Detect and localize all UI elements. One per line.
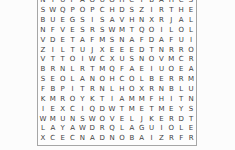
grid-cell[interactable]: I — [78, 55, 88, 65]
grid-cell[interactable]: L — [166, 26, 176, 36]
grid-cell[interactable]: L — [186, 16, 196, 26]
grid-cell[interactable]: P — [58, 85, 68, 95]
grid-cell[interactable]: M — [157, 104, 167, 114]
grid-cell[interactable]: A — [78, 35, 88, 45]
grid-cell[interactable]: R — [176, 75, 186, 85]
grid-cell[interactable]: O — [147, 26, 157, 36]
grid-cell[interactable]: R — [157, 16, 167, 26]
grid-cell[interactable]: H — [176, 6, 186, 16]
grid-cell[interactable]: R — [166, 45, 176, 55]
grid-cell[interactable]: D — [97, 104, 107, 114]
grid-cell[interactable]: E — [127, 45, 137, 55]
grid-cell[interactable]: D — [87, 124, 97, 134]
grid-cell[interactable]: N — [157, 45, 167, 55]
grid-cell[interactable]: H — [117, 85, 127, 95]
grid-cell[interactable]: R — [87, 85, 97, 95]
grid-cell[interactable]: S — [78, 114, 88, 124]
grid-cell[interactable]: O — [58, 75, 68, 85]
grid-cell[interactable]: D — [97, 134, 107, 144]
grid-cell[interactable]: A — [107, 16, 117, 26]
grid-cell[interactable]: A — [117, 94, 127, 104]
grid-cell[interactable]: O — [68, 55, 78, 65]
grid-cell[interactable]: V — [157, 55, 167, 65]
grid-cell[interactable]: W — [87, 55, 97, 65]
grid-cell[interactable]: E — [68, 26, 78, 36]
grid-cell[interactable]: R — [58, 94, 68, 104]
grid-cell[interactable]: H — [157, 94, 167, 104]
grid-cell[interactable]: Q — [87, 104, 97, 114]
grid-cell[interactable]: O — [127, 75, 137, 85]
grid-cell[interactable]: D — [176, 114, 186, 124]
grid-cell[interactable]: C — [68, 134, 78, 144]
grid-cell[interactable]: I — [157, 124, 167, 134]
grid-cell[interactable]: V — [38, 55, 48, 65]
grid-cell[interactable]: A — [48, 124, 58, 134]
grid-cell[interactable]: Q — [58, 6, 68, 16]
grid-cell[interactable]: L — [137, 75, 147, 85]
grid-cell[interactable]: I — [147, 65, 157, 75]
grid-cell[interactable]: Q — [137, 26, 147, 36]
grid-cell[interactable]: U — [176, 35, 186, 45]
grid-cell[interactable]: R — [186, 55, 196, 65]
grid-cell[interactable]: X — [38, 134, 48, 144]
grid-cell[interactable]: L — [117, 124, 127, 134]
grid-cell[interactable]: L — [68, 65, 78, 75]
grid-cell[interactable]: M — [97, 65, 107, 75]
grid-cell[interactable]: T — [127, 26, 137, 36]
grid-cell[interactable]: P — [87, 6, 97, 16]
grid-cell[interactable]: R — [78, 65, 88, 75]
grid-cell[interactable]: M — [186, 75, 196, 85]
grid-cell[interactable]: X — [107, 55, 117, 65]
grid-cell[interactable]: N — [157, 85, 167, 95]
grid-cell[interactable]: I — [38, 104, 48, 114]
grid-cell[interactable]: N — [68, 114, 78, 124]
grid-cell[interactable]: S — [78, 16, 88, 26]
grid-cell[interactable]: N — [38, 26, 48, 36]
grid-cell[interactable]: O — [97, 114, 107, 124]
grid-cell[interactable]: A — [127, 124, 137, 134]
grid-cell[interactable]: X — [58, 104, 68, 114]
grid-cell[interactable]: E — [176, 65, 186, 75]
grid-cell[interactable]: E — [157, 114, 167, 124]
grid-cell[interactable]: G — [68, 16, 78, 26]
grid-cell[interactable]: N — [58, 65, 68, 75]
grid-cell[interactable]: T — [87, 65, 97, 75]
grid-cell[interactable]: A — [176, 16, 186, 26]
grid-cell[interactable]: U — [147, 124, 157, 134]
grid-cell[interactable]: T — [166, 6, 176, 16]
grid-cell[interactable]: K — [147, 114, 157, 124]
grid-cell[interactable]: M — [127, 104, 137, 114]
grid-cell[interactable]: E — [117, 114, 127, 124]
grid-cell[interactable]: U — [58, 114, 68, 124]
grid-cell[interactable]: E — [58, 134, 68, 144]
grid-cell[interactable]: F — [48, 26, 58, 36]
grid-cell[interactable]: O — [166, 124, 176, 134]
grid-cell[interactable]: Z — [157, 134, 167, 144]
grid-cell[interactable]: S — [127, 55, 137, 65]
grid-cell[interactable]: Y — [78, 94, 88, 104]
grid-cell[interactable]: L — [107, 85, 117, 95]
grid-cell[interactable]: O — [97, 75, 107, 85]
grid-cell[interactable]: W — [78, 124, 88, 134]
grid-cell[interactable]: L — [127, 114, 137, 124]
grid-cell[interactable]: F — [137, 35, 147, 45]
grid-cell[interactable]: N — [186, 94, 196, 104]
grid-cell[interactable]: H — [107, 6, 117, 16]
grid-cell[interactable]: A — [137, 134, 147, 144]
grid-cell[interactable]: R — [186, 134, 196, 144]
grid-cell[interactable]: R — [166, 75, 176, 85]
grid-cell[interactable]: T — [97, 94, 107, 104]
grid-cell[interactable]: V — [38, 35, 48, 45]
grid-cell[interactable]: L — [176, 85, 186, 95]
grid-cell[interactable]: Z — [137, 6, 147, 16]
grid-cell[interactable]: W — [107, 26, 117, 36]
grid-cell[interactable]: C — [176, 55, 186, 65]
grid-cell[interactable]: T — [147, 104, 157, 114]
grid-cell[interactable]: M — [137, 94, 147, 104]
grid-cell[interactable]: A — [127, 65, 137, 75]
grid-cell[interactable]: F — [38, 85, 48, 95]
grid-cell[interactable]: I — [157, 26, 167, 36]
grid-cell[interactable]: Q — [107, 65, 117, 75]
grid-cell[interactable]: N — [137, 55, 147, 65]
grid-cell[interactable]: S — [38, 75, 48, 85]
grid-cell[interactable]: E — [157, 75, 167, 85]
grid-cell[interactable]: S — [78, 26, 88, 36]
grid-cell[interactable]: T — [68, 45, 78, 55]
grid-cell[interactable]: V — [58, 26, 68, 36]
grid-cell[interactable]: A — [186, 65, 196, 75]
grid-cell[interactable]: W — [48, 6, 58, 16]
grid-cell[interactable]: I — [87, 16, 97, 26]
grid-cell[interactable]: E — [117, 45, 127, 55]
grid-cell[interactable]: A — [87, 134, 97, 144]
grid-cell[interactable]: L — [38, 124, 48, 134]
grid-cell[interactable]: C — [68, 104, 78, 114]
grid-cell[interactable]: Y — [58, 124, 68, 134]
grid-cell[interactable]: I — [48, 45, 58, 55]
grid-cell[interactable]: A — [157, 35, 167, 45]
grid-cell[interactable]: V — [107, 114, 117, 124]
grid-cell[interactable]: B — [127, 134, 137, 144]
grid-cell[interactable]: W — [107, 104, 117, 114]
grid-cell[interactable]: D — [117, 6, 127, 16]
grid-cell[interactable]: W — [38, 114, 48, 124]
grid-cell[interactable]: U — [157, 65, 167, 75]
grid-cell[interactable]: H — [107, 75, 117, 85]
grid-cell[interactable]: O — [186, 45, 196, 55]
grid-cell[interactable]: J — [87, 45, 97, 55]
grid-cell[interactable]: U — [48, 16, 58, 26]
grid-cell[interactable]: O — [176, 26, 186, 36]
grid-cell[interactable]: T — [117, 104, 127, 114]
grid-cell[interactable]: O — [147, 55, 157, 65]
grid-cell[interactable]: S — [107, 35, 117, 45]
grid-cell[interactable]: E — [137, 104, 147, 114]
grid-cell[interactable]: Q — [107, 124, 117, 134]
grid-cell[interactable]: F — [87, 35, 97, 45]
grid-cell[interactable]: V — [117, 16, 127, 26]
grid-cell[interactable]: A — [127, 35, 137, 45]
grid-cell[interactable]: S — [97, 26, 107, 36]
grid-cell[interactable]: L — [186, 26, 196, 36]
grid-cell[interactable]: G — [137, 124, 147, 134]
word-search-grid: NTUPAOUOHCTBAHCSSWQPOPCHDSZIRTHEBUEGSISA… — [37, 0, 197, 146]
grid-cell[interactable]: C — [97, 55, 107, 65]
grid-cell[interactable]: M — [117, 26, 127, 36]
grid-cell[interactable]: T — [186, 114, 196, 124]
grid-cell[interactable]: S — [186, 104, 196, 114]
grid-cell[interactable]: E — [137, 65, 147, 75]
grid-cell[interactable]: O — [127, 85, 137, 95]
grid-cell[interactable]: E — [186, 124, 196, 134]
grid-cell[interactable]: N — [117, 35, 127, 45]
grid-cell[interactable]: R — [48, 65, 58, 75]
grid-cell[interactable]: S — [38, 6, 48, 16]
grid-cell[interactable]: W — [87, 114, 97, 124]
grid-cell[interactable]: I — [78, 104, 88, 114]
grid-cell[interactable]: M — [166, 55, 176, 65]
grid-cell[interactable]: E — [107, 45, 117, 55]
grid-cell[interactable]: K — [38, 94, 48, 104]
grid-cell[interactable]: R — [97, 124, 107, 134]
grid-cell[interactable]: T — [68, 35, 78, 45]
grid-cell[interactable]: K — [87, 94, 97, 104]
grid-cell[interactable]: I — [147, 134, 157, 144]
grid-cell[interactable]: O — [78, 6, 88, 16]
grid-cell[interactable]: B — [147, 75, 157, 85]
grid-cell[interactable]: E — [48, 104, 58, 114]
grid-cell[interactable]: L — [68, 75, 78, 85]
grid-cell[interactable]: T — [147, 45, 157, 55]
grid-cell[interactable]: O — [117, 134, 127, 144]
grid-cell[interactable]: E — [186, 6, 196, 16]
grid-cell[interactable]: E — [48, 75, 58, 85]
grid-cell[interactable]: I — [68, 85, 78, 95]
grid-cell[interactable]: X — [97, 45, 107, 55]
grid-cell[interactable]: N — [78, 134, 88, 144]
grid-cell[interactable]: S — [97, 16, 107, 26]
grid-cell[interactable]: H — [127, 16, 137, 26]
grid-cell[interactable]: E — [58, 16, 68, 26]
grid-cell[interactable]: R — [166, 134, 176, 144]
grid-cell[interactable]: S — [127, 6, 137, 16]
grid-cell[interactable]: U — [78, 45, 88, 55]
grid-cell[interactable]: N — [87, 75, 97, 85]
grid-cell[interactable]: U — [117, 55, 127, 65]
grid-cell[interactable]: L — [176, 124, 186, 134]
grid-cell[interactable]: F — [117, 65, 127, 75]
grid-cell[interactable]: I — [166, 94, 176, 104]
grid-cell[interactable]: I — [107, 94, 117, 104]
word-search-page: NTUPAOUOHCTBAHCSSWQPOPCHDSZIRTHEBUEGSISA… — [0, 0, 235, 150]
grid-cell[interactable]: U — [186, 85, 196, 95]
grid-cell[interactable]: B — [38, 16, 48, 26]
grid-cell[interactable]: C — [117, 75, 127, 85]
grid-cell[interactable]: R — [176, 45, 186, 55]
grid-cell[interactable]: F — [166, 35, 176, 45]
grid-cell[interactable]: B — [166, 85, 176, 95]
grid-cell[interactable]: J — [166, 16, 176, 26]
grid-cell[interactable]: R — [147, 85, 157, 95]
grid-cell[interactable]: A — [68, 124, 78, 134]
grid-cell[interactable]: D — [48, 35, 58, 45]
grid-cell[interactable]: N — [97, 85, 107, 95]
grid-cell[interactable]: O — [68, 94, 78, 104]
grid-cell[interactable]: E — [166, 104, 176, 114]
grid-cell[interactable]: L — [58, 45, 68, 55]
grid-cell[interactable]: N — [107, 134, 117, 144]
grid-cell[interactable]: B — [48, 85, 58, 95]
grid-cell[interactable]: F — [176, 134, 186, 144]
grid-cell[interactable]: B — [38, 65, 48, 75]
grid-cell[interactable]: M — [48, 114, 58, 124]
grid-cell[interactable]: T — [48, 55, 58, 65]
grid-cell[interactable]: C — [97, 6, 107, 16]
grid-cell[interactable]: M — [48, 94, 58, 104]
grid-cell[interactable]: P — [68, 6, 78, 16]
grid-cell[interactable]: R — [87, 26, 97, 36]
grid-cell[interactable]: M — [127, 94, 137, 104]
grid-cell[interactable]: T — [58, 55, 68, 65]
grid-cell[interactable]: N — [137, 16, 147, 26]
grid-cell[interactable]: T — [78, 85, 88, 95]
grid-cell[interactable]: O — [166, 65, 176, 75]
grid-cell[interactable]: Y — [176, 104, 186, 114]
grid-cell[interactable]: R — [166, 114, 176, 124]
grid-cell[interactable]: D — [147, 35, 157, 45]
grid-cell[interactable]: D — [137, 45, 147, 55]
grid-cell[interactable]: R — [157, 6, 167, 16]
grid-cell[interactable]: T — [176, 94, 186, 104]
grid-cell[interactable]: X — [137, 85, 147, 95]
grid-cell[interactable]: C — [48, 134, 58, 144]
grid-cell[interactable]: E — [58, 35, 68, 45]
grid-cell[interactable]: I — [147, 6, 157, 16]
grid-cell[interactable]: Z — [38, 45, 48, 55]
grid-cell[interactable]: M — [97, 35, 107, 45]
grid-cell[interactable]: X — [147, 16, 157, 26]
grid-cell[interactable]: F — [147, 94, 157, 104]
grid-cell[interactable]: J — [137, 114, 147, 124]
grid-cell[interactable]: A — [78, 75, 88, 85]
grid-cell[interactable]: I — [186, 35, 196, 45]
